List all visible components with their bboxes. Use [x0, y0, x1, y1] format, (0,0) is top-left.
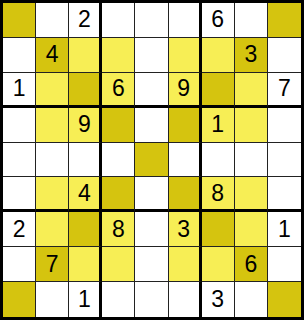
cell-r4c5[interactable]: [135, 108, 168, 143]
cell-r5c3[interactable]: [69, 143, 102, 178]
cell-r2c9[interactable]: [268, 38, 301, 73]
cell-r3c5[interactable]: [135, 73, 168, 108]
cell-r9c2[interactable]: [36, 282, 69, 317]
cell-r2c8[interactable]: 3: [235, 38, 268, 73]
cell-r2c7[interactable]: [202, 38, 235, 73]
cell-r5c9[interactable]: [268, 143, 301, 178]
cell-r1c6[interactable]: [169, 3, 202, 38]
cell-r5c7[interactable]: [202, 143, 235, 178]
cell-r1c5[interactable]: [135, 3, 168, 38]
cell-r4c9[interactable]: [268, 108, 301, 143]
cell-r4c6[interactable]: [169, 108, 202, 143]
cell-r2c3[interactable]: [69, 38, 102, 73]
cell-r8c9[interactable]: [268, 247, 301, 282]
cell-r8c1[interactable]: [3, 247, 36, 282]
cell-r5c8[interactable]: [235, 143, 268, 178]
cell-r4c3[interactable]: 9: [69, 108, 102, 143]
cell-r1c8[interactable]: [235, 3, 268, 38]
cell-r3c9[interactable]: 7: [268, 73, 301, 108]
cell-r7c1[interactable]: 2: [3, 212, 36, 247]
cell-r1c4[interactable]: [102, 3, 135, 38]
cell-r7c6[interactable]: 3: [169, 212, 202, 247]
cell-r5c1[interactable]: [3, 143, 36, 178]
cell-r9c8[interactable]: [235, 282, 268, 317]
cell-r2c6[interactable]: [169, 38, 202, 73]
cell-r1c7[interactable]: 6: [202, 3, 235, 38]
cell-r4c1[interactable]: [3, 108, 36, 143]
cell-r1c1[interactable]: [3, 3, 36, 38]
cell-r7c9[interactable]: 1: [268, 212, 301, 247]
cell-r9c5[interactable]: [135, 282, 168, 317]
cell-r6c5[interactable]: [135, 177, 168, 212]
cell-r6c9[interactable]: [268, 177, 301, 212]
cell-r6c7[interactable]: 8: [202, 177, 235, 212]
cell-r2c4[interactable]: [102, 38, 135, 73]
cell-r6c4[interactable]: [102, 177, 135, 212]
cell-r8c3[interactable]: [69, 247, 102, 282]
cell-r3c6[interactable]: 9: [169, 73, 202, 108]
cell-r4c8[interactable]: [235, 108, 268, 143]
cell-r7c3[interactable]: [69, 212, 102, 247]
cell-r9c4[interactable]: [102, 282, 135, 317]
cell-r6c8[interactable]: [235, 177, 268, 212]
sudoku-board: 26431697914828317613: [0, 0, 304, 320]
cell-r3c4[interactable]: 6: [102, 73, 135, 108]
cell-r3c2[interactable]: [36, 73, 69, 108]
cell-r6c3[interactable]: 4: [69, 177, 102, 212]
cell-r1c3[interactable]: 2: [69, 3, 102, 38]
cell-r8c5[interactable]: [135, 247, 168, 282]
cell-r9c6[interactable]: [169, 282, 202, 317]
cell-r7c2[interactable]: [36, 212, 69, 247]
cell-r4c2[interactable]: [36, 108, 69, 143]
cell-r6c2[interactable]: [36, 177, 69, 212]
cell-r7c7[interactable]: [202, 212, 235, 247]
cell-r6c1[interactable]: [3, 177, 36, 212]
cell-r1c2[interactable]: [36, 3, 69, 38]
cell-r8c2[interactable]: 7: [36, 247, 69, 282]
cell-r8c8[interactable]: 6: [235, 247, 268, 282]
cell-r7c4[interactable]: 8: [102, 212, 135, 247]
cell-r1c9[interactable]: [268, 3, 301, 38]
cell-r8c7[interactable]: [202, 247, 235, 282]
cell-r5c2[interactable]: [36, 143, 69, 178]
cell-r3c8[interactable]: [235, 73, 268, 108]
cell-r6c6[interactable]: [169, 177, 202, 212]
cell-r4c4[interactable]: [102, 108, 135, 143]
cell-r7c8[interactable]: [235, 212, 268, 247]
cell-r2c5[interactable]: [135, 38, 168, 73]
cell-r9c9[interactable]: [268, 282, 301, 317]
cell-r5c4[interactable]: [102, 143, 135, 178]
cell-r2c1[interactable]: [3, 38, 36, 73]
cell-r9c7[interactable]: 3: [202, 282, 235, 317]
cell-r9c3[interactable]: 1: [69, 282, 102, 317]
cell-r8c6[interactable]: [169, 247, 202, 282]
cell-r5c5[interactable]: [135, 143, 168, 178]
cell-r7c5[interactable]: [135, 212, 168, 247]
cell-r2c2[interactable]: 4: [36, 38, 69, 73]
cell-r9c1[interactable]: [3, 282, 36, 317]
cell-r5c6[interactable]: [169, 143, 202, 178]
cell-r4c7[interactable]: 1: [202, 108, 235, 143]
cell-r8c4[interactable]: [102, 247, 135, 282]
cell-r3c3[interactable]: [69, 73, 102, 108]
cell-r3c7[interactable]: [202, 73, 235, 108]
cell-r3c1[interactable]: 1: [3, 73, 36, 108]
